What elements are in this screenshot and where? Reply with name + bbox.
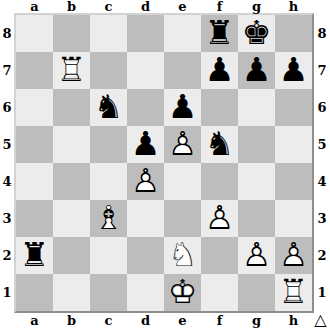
piece-black-knight[interactable]: ♞ (90, 89, 127, 126)
square-f4[interactable] (201, 163, 238, 200)
square-b4[interactable] (53, 163, 90, 200)
piece-solid-glyph: ♟ (164, 89, 201, 126)
file-label-h-bottom: h (275, 314, 312, 327)
square-g6[interactable] (238, 89, 275, 126)
piece-white-rook[interactable]: ♜♖ (53, 52, 90, 89)
square-d2[interactable] (127, 237, 164, 274)
square-c8[interactable] (90, 15, 127, 52)
square-g1[interactable] (238, 274, 275, 311)
square-d4[interactable]: ♟♙ (127, 163, 164, 200)
piece-outline-glyph: ♙ (164, 126, 201, 163)
file-label-e-top: e (164, 0, 201, 13)
file-label-f-bottom: f (201, 314, 238, 327)
square-h5[interactable] (275, 126, 312, 163)
square-a4[interactable] (16, 163, 53, 200)
piece-solid-glyph: ♟ (127, 126, 164, 163)
piece-outline-glyph: ♙ (238, 237, 275, 274)
square-e3[interactable] (164, 200, 201, 237)
rank-label-1-left: 1 (0, 274, 14, 311)
piece-black-knight[interactable]: ♞ (201, 126, 238, 163)
square-g4[interactable] (238, 163, 275, 200)
piece-outline-glyph: ♙ (275, 237, 312, 274)
square-e1[interactable]: ♚♔ (164, 274, 201, 311)
square-g8[interactable]: ♚ (238, 15, 275, 52)
board-frame: ♜♚♜♖♟♟♟♞♟♟♟♙♞♟♙♝♗♟♙♜♞♘♟♙♟♙♚♔♜♖ (14, 13, 314, 313)
piece-outline-glyph: ♘ (164, 237, 201, 274)
square-a2[interactable]: ♜ (16, 237, 53, 274)
square-b1[interactable] (53, 274, 90, 311)
rank-label-6-right: 6 (315, 89, 329, 126)
piece-white-king[interactable]: ♚♔ (164, 274, 201, 311)
square-h8[interactable] (275, 15, 312, 52)
square-e8[interactable] (164, 15, 201, 52)
rank-label-3-left: 3 (0, 200, 14, 237)
square-d3[interactable] (127, 200, 164, 237)
rank-label-5-right: 5 (315, 126, 329, 163)
square-f8[interactable]: ♜ (201, 15, 238, 52)
piece-solid-glyph: ♚ (238, 15, 275, 52)
square-c4[interactable] (90, 163, 127, 200)
piece-solid-glyph: ♞ (90, 89, 127, 126)
square-g5[interactable] (238, 126, 275, 163)
piece-outline-glyph: ♖ (53, 52, 90, 89)
file-label-h-top: h (275, 0, 312, 13)
square-a5[interactable] (16, 126, 53, 163)
piece-white-pawn[interactable]: ♟♙ (238, 237, 275, 274)
file-label-b-top: b (53, 0, 90, 13)
square-g2[interactable]: ♟♙ (238, 237, 275, 274)
square-b8[interactable] (53, 15, 90, 52)
piece-white-rook[interactable]: ♜♖ (275, 274, 312, 311)
white-to-move-icon: △ (311, 309, 330, 330)
piece-black-king[interactable]: ♚ (238, 15, 275, 52)
square-b5[interactable] (53, 126, 90, 163)
piece-black-pawn[interactable]: ♟ (201, 52, 238, 89)
square-g3[interactable] (238, 200, 275, 237)
square-h4[interactable] (275, 163, 312, 200)
square-b6[interactable] (53, 89, 90, 126)
square-d8[interactable] (127, 15, 164, 52)
square-f6[interactable] (201, 89, 238, 126)
square-h6[interactable] (275, 89, 312, 126)
piece-solid-glyph: ♟ (275, 52, 312, 89)
square-c5[interactable] (90, 126, 127, 163)
square-d1[interactable] (127, 274, 164, 311)
square-h3[interactable] (275, 200, 312, 237)
file-label-b-bottom: b (53, 314, 90, 327)
square-a7[interactable] (16, 52, 53, 89)
square-b3[interactable] (53, 200, 90, 237)
chess-diagram-page: ♜♚♜♖♟♟♟♞♟♟♟♙♞♟♙♝♗♟♙♜♞♘♟♙♟♙♚♔♜♖ aabbccdde… (0, 0, 330, 330)
square-d6[interactable] (127, 89, 164, 126)
piece-outline-glyph: ♔ (164, 274, 201, 311)
file-label-g-bottom: g (238, 314, 275, 327)
piece-outline-glyph: ♙ (201, 200, 238, 237)
piece-white-bishop[interactable]: ♝♗ (90, 200, 127, 237)
square-e6[interactable]: ♟ (164, 89, 201, 126)
square-h1[interactable]: ♜♖ (275, 274, 312, 311)
rank-label-6-left: 6 (0, 89, 14, 126)
rank-label-2-right: 2 (315, 237, 329, 274)
chess-board: ♜♚♜♖♟♟♟♞♟♟♟♙♞♟♙♝♗♟♙♜♞♘♟♙♟♙♚♔♜♖ (16, 15, 312, 311)
file-label-e-bottom: e (164, 314, 201, 327)
file-label-f-top: f (201, 0, 238, 13)
square-c1[interactable] (90, 274, 127, 311)
square-f7[interactable]: ♟ (201, 52, 238, 89)
piece-white-pawn[interactable]: ♟♙ (201, 200, 238, 237)
square-d5[interactable]: ♟ (127, 126, 164, 163)
square-a6[interactable] (16, 89, 53, 126)
square-f5[interactable]: ♞ (201, 126, 238, 163)
file-label-g-top: g (238, 0, 275, 13)
square-e4[interactable] (164, 163, 201, 200)
rank-label-7-left: 7 (0, 52, 14, 89)
piece-black-pawn[interactable]: ♟ (127, 126, 164, 163)
square-c2[interactable] (90, 237, 127, 274)
file-label-d-bottom: d (127, 314, 164, 327)
rank-label-8-right: 8 (315, 15, 329, 52)
piece-solid-glyph: ♜ (16, 237, 53, 274)
square-a8[interactable] (16, 15, 53, 52)
square-g7[interactable]: ♟ (238, 52, 275, 89)
piece-outline-glyph: ♖ (275, 274, 312, 311)
file-label-c-top: c (90, 0, 127, 13)
square-f1[interactable] (201, 274, 238, 311)
piece-outline-glyph: ♗ (90, 200, 127, 237)
piece-solid-glyph: ♜ (201, 15, 238, 52)
square-e7[interactable] (164, 52, 201, 89)
rank-label-1-right: 1 (315, 274, 329, 311)
rank-label-7-right: 7 (315, 52, 329, 89)
piece-solid-glyph: ♟ (201, 52, 238, 89)
square-h2[interactable]: ♟♙ (275, 237, 312, 274)
square-b2[interactable] (53, 237, 90, 274)
file-label-a-bottom: a (16, 314, 53, 327)
piece-white-pawn[interactable]: ♟♙ (164, 126, 201, 163)
file-label-c-bottom: c (90, 314, 127, 327)
square-e2[interactable]: ♞♘ (164, 237, 201, 274)
square-c3[interactable]: ♝♗ (90, 200, 127, 237)
piece-solid-glyph: ♞ (201, 126, 238, 163)
file-label-a-top: a (16, 0, 53, 13)
piece-white-knight[interactable]: ♞♘ (164, 237, 201, 274)
piece-black-rook[interactable]: ♜ (16, 237, 53, 274)
rank-label-8-left: 8 (0, 15, 14, 52)
rank-label-3-right: 3 (315, 200, 329, 237)
piece-white-pawn[interactable]: ♟♙ (127, 163, 164, 200)
piece-black-pawn[interactable]: ♟ (275, 52, 312, 89)
square-h7[interactable]: ♟ (275, 52, 312, 89)
square-c7[interactable] (90, 52, 127, 89)
file-label-d-top: d (127, 0, 164, 13)
piece-white-pawn[interactable]: ♟♙ (275, 237, 312, 274)
rank-label-4-right: 4 (315, 163, 329, 200)
rank-label-4-left: 4 (0, 163, 14, 200)
piece-black-rook[interactable]: ♜ (201, 15, 238, 52)
piece-black-pawn[interactable]: ♟ (164, 89, 201, 126)
square-f3[interactable]: ♟♙ (201, 200, 238, 237)
square-b7[interactable]: ♜♖ (53, 52, 90, 89)
piece-outline-glyph: ♙ (127, 163, 164, 200)
square-a3[interactable] (16, 200, 53, 237)
square-c6[interactable]: ♞ (90, 89, 127, 126)
rank-label-5-left: 5 (0, 126, 14, 163)
piece-solid-glyph: ♟ (238, 52, 275, 89)
square-d7[interactable] (127, 52, 164, 89)
piece-black-pawn[interactable]: ♟ (238, 52, 275, 89)
rank-label-2-left: 2 (0, 237, 14, 274)
square-a1[interactable] (16, 274, 53, 311)
square-f2[interactable] (201, 237, 238, 274)
square-e5[interactable]: ♟♙ (164, 126, 201, 163)
